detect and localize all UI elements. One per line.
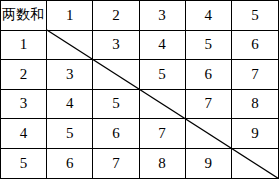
row-header-2: 2	[1, 60, 47, 90]
col-header-5: 5	[232, 1, 278, 31]
cell-r3-c4: 7	[186, 90, 232, 120]
cell-r1-c4: 5	[186, 31, 232, 61]
row-header-3: 3	[1, 90, 47, 120]
cell-r2-c2-crossed	[93, 60, 139, 90]
col-header-3: 3	[140, 1, 186, 31]
cell-r2-c1: 3	[47, 60, 93, 90]
cell-r5-c2: 7	[93, 149, 139, 179]
table-grid: 两数和 1 2 3 4 5 1 3 4 5 6 2 3 5 6 7 3 4 5 …	[0, 0, 279, 179]
cell-r4-c1: 5	[47, 119, 93, 149]
cell-r3-c5: 8	[232, 90, 278, 120]
row-header-5: 5	[1, 149, 47, 179]
cell-r4-c2: 6	[93, 119, 139, 149]
cell-r5-c3: 8	[140, 149, 186, 179]
cell-r3-c2: 5	[93, 90, 139, 120]
corner-title-cell: 两数和	[1, 1, 47, 31]
cell-r3-c1: 4	[47, 90, 93, 120]
cell-r2-c4: 6	[186, 60, 232, 90]
cell-r1-c3: 4	[140, 31, 186, 61]
col-header-2: 2	[93, 1, 139, 31]
col-header-4: 4	[186, 1, 232, 31]
col-header-1: 1	[47, 1, 93, 31]
cell-r5-c5-crossed	[232, 149, 278, 179]
row-header-4: 4	[1, 119, 47, 149]
cell-r2-c5: 7	[232, 60, 278, 90]
sum-of-two-numbers-table: 两数和 1 2 3 4 5 1 3 4 5 6 2 3 5 6 7 3 4 5 …	[0, 0, 279, 179]
cell-r3-c3-crossed	[140, 90, 186, 120]
row-header-1: 1	[1, 31, 47, 61]
cell-r2-c3: 5	[140, 60, 186, 90]
cell-r4-c3: 7	[140, 119, 186, 149]
cell-r1-c5: 6	[232, 31, 278, 61]
cell-r5-c4: 9	[186, 149, 232, 179]
cell-r4-c4-crossed	[186, 119, 232, 149]
cell-r4-c5: 9	[232, 119, 278, 149]
cell-r1-c2: 3	[93, 31, 139, 61]
cell-r1-c1-crossed	[47, 31, 93, 61]
cell-r5-c1: 6	[47, 149, 93, 179]
